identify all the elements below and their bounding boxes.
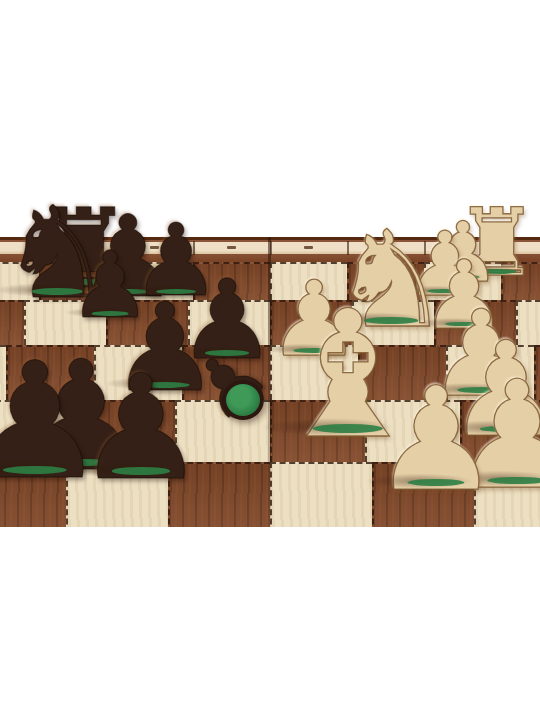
coordinate-mark [304, 246, 313, 249]
coordinate-mark [73, 246, 82, 249]
square-r3c8 [534, 345, 540, 400]
square-r4c5 [270, 400, 365, 462]
square-r5c4 [168, 462, 270, 527]
square-r2c8 [516, 300, 540, 345]
frame-tick [347, 241, 349, 255]
board-hinge-line [268, 237, 271, 527]
square-r2c3 [106, 300, 188, 345]
chessboard [0, 237, 540, 527]
square-r5c6 [372, 462, 474, 527]
frame-tick [193, 241, 195, 255]
square-r4c3 [80, 400, 175, 462]
frame-tick [39, 241, 41, 255]
frame-tick [424, 241, 426, 255]
square-r1c6 [347, 262, 424, 300]
square-r5c2 [0, 462, 66, 527]
square-r3c5 [270, 345, 358, 400]
fallen-piece-felt-base [222, 380, 264, 420]
square-r2c5 [270, 300, 352, 345]
square-r2c4 [188, 300, 270, 345]
square-r1c2 [39, 262, 116, 300]
square-r3c2 [6, 345, 94, 400]
square-r1c4 [193, 262, 270, 300]
square-r4c6 [365, 400, 460, 462]
square-r5c3 [66, 462, 168, 527]
square-r4c7 [460, 400, 540, 462]
square-r3c6 [358, 345, 446, 400]
frame-tick [501, 241, 503, 255]
square-r1c7 [424, 262, 501, 300]
coordinate-mark [150, 246, 159, 249]
square-r5c7 [474, 462, 540, 527]
square-r1c1 [0, 262, 39, 300]
square-r2c2 [24, 300, 106, 345]
square-r5c5 [270, 462, 372, 527]
square-r3c3 [94, 345, 182, 400]
coordinate-mark [227, 246, 236, 249]
square-r3c7 [446, 345, 534, 400]
square-r2c6 [352, 300, 434, 345]
frame-tick [116, 241, 118, 255]
square-r1c3 [116, 262, 193, 300]
coordinate-mark [381, 246, 390, 249]
product-photo-scene: ♞♜♟♟♟♟♟♟♟♟♟♟♟♜♞♟♟♟♝♟♟♟ [0, 0, 540, 720]
coordinate-mark [458, 246, 467, 249]
square-r2c7 [434, 300, 516, 345]
square-r1c5 [270, 262, 347, 300]
square-r4c2 [0, 400, 80, 462]
square-r1c8 [501, 262, 540, 300]
square-r2c1 [0, 300, 24, 345]
